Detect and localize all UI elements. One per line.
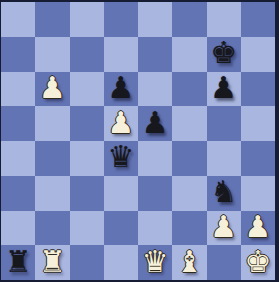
square-e6[interactable] (138, 72, 172, 107)
square-e2[interactable] (138, 211, 172, 246)
square-a2[interactable] (1, 211, 35, 246)
piece-white-pawn[interactable]: ♟ (107, 108, 134, 138)
piece-black-queen[interactable]: ♛ (107, 142, 134, 172)
piece-white-pawn[interactable]: ♟ (210, 212, 237, 242)
square-a7[interactable] (1, 37, 35, 72)
square-b7[interactable] (35, 37, 69, 72)
square-a5[interactable] (1, 106, 35, 141)
square-a3[interactable] (1, 176, 35, 211)
square-d8[interactable] (104, 2, 138, 37)
square-f5[interactable] (172, 106, 206, 141)
square-c1[interactable] (70, 245, 104, 280)
square-c4[interactable] (70, 141, 104, 176)
square-g3[interactable]: ♞ (207, 176, 241, 211)
piece-black-rook[interactable]: ♜ (5, 247, 32, 277)
chess-board-frame: ♚♟♟♟♟♟♛♞♟♟♜♜♛♝♚ (0, 0, 279, 282)
piece-white-queen[interactable]: ♛ (142, 247, 169, 277)
square-f6[interactable] (172, 72, 206, 107)
square-a1[interactable]: ♜ (1, 245, 35, 280)
square-c5[interactable] (70, 106, 104, 141)
square-f7[interactable] (172, 37, 206, 72)
piece-white-king[interactable]: ♚ (244, 247, 271, 277)
square-c3[interactable] (70, 176, 104, 211)
square-d1[interactable] (104, 245, 138, 280)
square-c2[interactable] (70, 211, 104, 246)
square-b2[interactable] (35, 211, 69, 246)
square-h1[interactable]: ♚ (241, 245, 275, 280)
square-b6[interactable]: ♟ (35, 72, 69, 107)
square-f2[interactable] (172, 211, 206, 246)
piece-white-pawn[interactable]: ♟ (39, 73, 66, 103)
square-e4[interactable] (138, 141, 172, 176)
piece-black-pawn[interactable]: ♟ (210, 73, 237, 103)
square-h2[interactable]: ♟ (241, 211, 275, 246)
chess-diagram: ♚♟♟♟♟♟♛♞♟♟♜♜♛♝♚ (0, 0, 279, 282)
square-h7[interactable] (241, 37, 275, 72)
square-h5[interactable] (241, 106, 275, 141)
square-g1[interactable] (207, 245, 241, 280)
square-e5[interactable]: ♟ (138, 106, 172, 141)
square-d5[interactable]: ♟ (104, 106, 138, 141)
square-b5[interactable] (35, 106, 69, 141)
square-d6[interactable]: ♟ (104, 72, 138, 107)
square-b8[interactable] (35, 2, 69, 37)
square-g7[interactable]: ♚ (207, 37, 241, 72)
square-a6[interactable] (1, 72, 35, 107)
square-b1[interactable]: ♜ (35, 245, 69, 280)
square-d4[interactable]: ♛ (104, 141, 138, 176)
square-g2[interactable]: ♟ (207, 211, 241, 246)
square-e3[interactable] (138, 176, 172, 211)
square-h4[interactable] (241, 141, 275, 176)
square-f3[interactable] (172, 176, 206, 211)
square-f4[interactable] (172, 141, 206, 176)
piece-black-king[interactable]: ♚ (210, 38, 237, 68)
piece-white-pawn[interactable]: ♟ (244, 212, 271, 242)
square-d7[interactable] (104, 37, 138, 72)
piece-black-knight[interactable]: ♞ (210, 177, 237, 207)
square-e7[interactable] (138, 37, 172, 72)
piece-white-rook[interactable]: ♜ (39, 247, 66, 277)
chess-board: ♚♟♟♟♟♟♛♞♟♟♜♜♛♝♚ (1, 2, 275, 280)
square-h6[interactable] (241, 72, 275, 107)
square-h8[interactable] (241, 2, 275, 37)
square-g5[interactable] (207, 106, 241, 141)
square-a8[interactable] (1, 2, 35, 37)
square-b3[interactable] (35, 176, 69, 211)
square-b4[interactable] (35, 141, 69, 176)
square-e1[interactable]: ♛ (138, 245, 172, 280)
piece-black-pawn[interactable]: ♟ (107, 73, 134, 103)
square-e8[interactable] (138, 2, 172, 37)
piece-white-bishop[interactable]: ♝ (176, 247, 203, 277)
square-c8[interactable] (70, 2, 104, 37)
square-g8[interactable] (207, 2, 241, 37)
square-a4[interactable] (1, 141, 35, 176)
square-f8[interactable] (172, 2, 206, 37)
square-c7[interactable] (70, 37, 104, 72)
square-f1[interactable]: ♝ (172, 245, 206, 280)
piece-black-pawn[interactable]: ♟ (142, 108, 169, 138)
square-d2[interactable] (104, 211, 138, 246)
square-g6[interactable]: ♟ (207, 72, 241, 107)
square-c6[interactable] (70, 72, 104, 107)
square-h3[interactable] (241, 176, 275, 211)
square-d3[interactable] (104, 176, 138, 211)
square-g4[interactable] (207, 141, 241, 176)
